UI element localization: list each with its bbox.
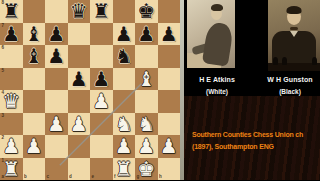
square-a7: 7♟	[0, 23, 23, 46]
black-rook: ♜	[92, 0, 110, 23]
square-g4	[135, 90, 158, 113]
photo-chess-piece-bump	[282, 57, 287, 65]
info-panel: H E Atkins (White) W H Gunston (Black) S…	[184, 0, 320, 180]
white-queen: ♛	[2, 90, 20, 113]
square-f3: ♞	[113, 113, 136, 136]
file-label: f	[114, 175, 116, 180]
black-player-side-label: (Black)	[260, 88, 320, 95]
file-label: b	[24, 175, 27, 180]
square-f2: ♟	[113, 135, 136, 158]
black-pawn: ♟	[70, 68, 88, 91]
white-player-photo	[187, 0, 235, 68]
event-caption: Southern Counties Chess Union ch (1897),…	[192, 129, 318, 153]
photo-mustache-shape	[290, 27, 298, 30]
square-d3: ♟	[68, 113, 91, 136]
square-f7: ♟	[113, 23, 136, 46]
black-pawn: ♟	[137, 23, 155, 46]
square-a5: 5	[0, 68, 23, 91]
square-c7: ♟	[45, 23, 68, 46]
event-caption-line2: (1897), Southampton ENG	[192, 141, 318, 153]
square-c5	[45, 68, 68, 91]
square-g2: ♟	[135, 135, 158, 158]
white-player-side-label: (White)	[184, 88, 250, 95]
white-pawn: ♟	[115, 135, 133, 158]
square-d6	[68, 45, 91, 68]
black-pawn: ♟	[47, 23, 65, 46]
square-e4: ♟	[90, 90, 113, 113]
square-a1: 1a♜	[0, 158, 23, 181]
black-king: ♚	[137, 0, 155, 23]
rank-label: 3	[2, 114, 5, 119]
black-pawn: ♟	[160, 23, 178, 46]
square-c8	[45, 0, 68, 23]
black-pawn: ♟	[115, 23, 133, 46]
white-pawn: ♟	[160, 135, 178, 158]
square-a6: 6	[0, 45, 23, 68]
square-h1: h	[158, 158, 181, 181]
square-c6: ♟	[45, 45, 68, 68]
square-a2: 2♟	[0, 135, 23, 158]
black-bishop: ♝	[25, 45, 43, 68]
square-e5: ♟	[90, 68, 113, 91]
photo-chess-piece-bump	[312, 57, 317, 65]
black-player-name: W H Gunston	[260, 76, 320, 83]
white-pawn: ♟	[92, 90, 110, 113]
square-f6: ♞	[113, 45, 136, 68]
white-pawn: ♟	[2, 135, 20, 158]
rank-label: 7	[2, 24, 5, 29]
square-a8: 8♜	[0, 0, 23, 23]
square-h8	[158, 0, 181, 23]
square-b2: ♟	[23, 135, 46, 158]
square-h4	[158, 90, 181, 113]
square-c1: c	[45, 158, 68, 181]
rank-label: 6	[2, 46, 5, 51]
square-g7: ♟	[135, 23, 158, 46]
square-f8	[113, 0, 136, 23]
rank-label: 5	[2, 69, 5, 74]
file-label: a	[2, 175, 5, 180]
white-rook: ♜	[115, 158, 133, 181]
square-b8	[23, 0, 46, 23]
square-g3: ♞	[135, 113, 158, 136]
square-e8: ♜	[90, 0, 113, 23]
square-e2	[90, 135, 113, 158]
black-pawn: ♟	[2, 23, 20, 46]
square-h6	[158, 45, 181, 68]
square-e6	[90, 45, 113, 68]
file-label: d	[69, 175, 72, 180]
white-rook: ♜	[2, 158, 20, 181]
square-b5	[23, 68, 46, 91]
square-e1: e	[90, 158, 113, 181]
black-player-photo	[268, 0, 320, 71]
photo-hair-shape	[211, 4, 223, 11]
square-g8: ♚	[135, 0, 158, 23]
white-pawn: ♟	[47, 113, 65, 136]
black-bishop: ♝	[25, 23, 43, 46]
square-b7: ♝	[23, 23, 46, 46]
rank-label: 1	[2, 159, 5, 164]
black-knight: ♞	[115, 45, 133, 68]
square-b6: ♝	[23, 45, 46, 68]
square-d2	[68, 135, 91, 158]
square-g5: ♝	[135, 68, 158, 91]
file-label: c	[47, 175, 50, 180]
square-d8: ♛	[68, 0, 91, 23]
white-pawn: ♟	[25, 135, 43, 158]
square-d4	[68, 90, 91, 113]
square-d7	[68, 23, 91, 46]
file-label: h	[159, 175, 162, 180]
square-g1: g♚	[135, 158, 158, 181]
square-d1: d	[68, 158, 91, 181]
square-b4	[23, 90, 46, 113]
square-b3	[23, 113, 46, 136]
white-bishop: ♝	[137, 68, 155, 91]
white-pawn: ♟	[137, 135, 155, 158]
rank-label: 8	[2, 1, 5, 6]
square-h7: ♟	[158, 23, 181, 46]
square-g6	[135, 45, 158, 68]
file-label: g	[137, 175, 140, 180]
file-label: e	[92, 175, 95, 180]
photo-torso-shape	[202, 21, 234, 67]
event-caption-line1: Southern Counties Chess Union ch	[192, 129, 318, 141]
square-a3: 3	[0, 113, 23, 136]
white-pawn: ♟	[70, 113, 88, 136]
white-king: ♚	[137, 158, 155, 181]
square-h3	[158, 113, 181, 136]
video-thumbnail: 8♜♛♜♚7♟♝♟♟♟♟6♝♟♞5♟♟♝4♛♟3♟♟♞♞2♟♟♟♟♟1a♜bcd…	[0, 0, 320, 180]
square-c2	[45, 135, 68, 158]
white-knight: ♞	[137, 113, 155, 136]
square-h5	[158, 68, 181, 91]
square-e7	[90, 23, 113, 46]
black-pawn: ♟	[47, 45, 65, 68]
square-d5: ♟	[68, 68, 91, 91]
rank-label: 2	[2, 136, 5, 141]
square-c3: ♟	[45, 113, 68, 136]
chess-board: 8♜♛♜♚7♟♝♟♟♟♟6♝♟♞5♟♟♝4♛♟3♟♟♞♞2♟♟♟♟♟1a♜bcd…	[0, 0, 180, 180]
photo-chess-piece-bump	[273, 57, 278, 65]
square-f1: f♜	[113, 158, 136, 181]
rank-label: 4	[2, 91, 5, 96]
black-pawn: ♟	[92, 68, 110, 91]
square-f5	[113, 68, 136, 91]
black-queen: ♛	[70, 0, 88, 23]
square-e3	[90, 113, 113, 136]
square-f4	[113, 90, 136, 113]
square-h2: ♟	[158, 135, 181, 158]
white-knight: ♞	[115, 113, 133, 136]
white-player-name: H E Atkins	[184, 76, 250, 83]
square-a4: 4♛	[0, 90, 23, 113]
square-c4	[45, 90, 68, 113]
black-rook: ♜	[2, 0, 20, 23]
square-b1: b	[23, 158, 46, 181]
photo-hair-shape	[287, 6, 302, 14]
